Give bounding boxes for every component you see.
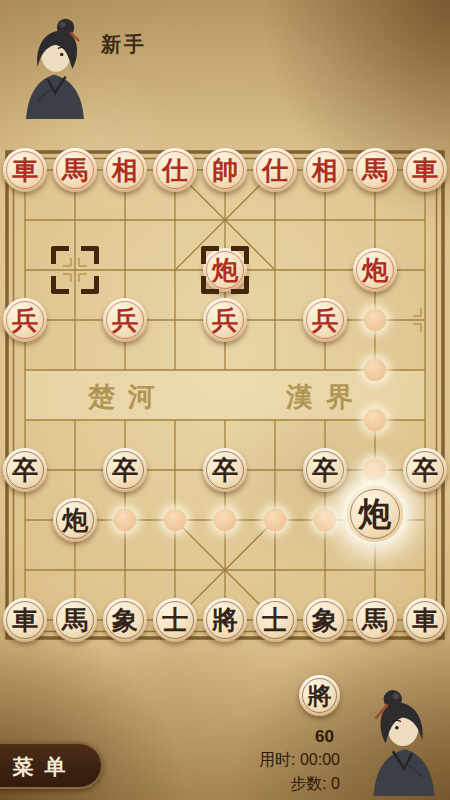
piece-char: 車: [412, 603, 438, 638]
piece-black-象[interactable]: 象: [103, 598, 147, 642]
move-hint-dot[interactable]: [364, 309, 386, 331]
piece-black-馬[interactable]: 馬: [53, 598, 97, 642]
piece-char: 仕: [262, 153, 288, 188]
piece-char: 仕: [162, 153, 188, 188]
piece-red-相[interactable]: 相: [103, 148, 147, 192]
piece-red-炮[interactable]: 炮: [203, 248, 247, 292]
piece-char: 車: [12, 153, 38, 188]
piece-black-卒[interactable]: 卒: [103, 448, 147, 492]
time-used-value: 00:00: [300, 751, 340, 768]
river-label-left: 楚河: [88, 379, 168, 415]
piece-char: 卒: [312, 453, 338, 488]
piece-red-仕[interactable]: 仕: [253, 148, 297, 192]
xiangqi-board-grid[interactable]: [0, 0, 450, 800]
piece-black-士[interactable]: 士: [253, 598, 297, 642]
piece-char: 車: [412, 153, 438, 188]
piece-red-仕[interactable]: 仕: [153, 148, 197, 192]
piece-black-卒[interactable]: 卒: [303, 448, 347, 492]
piece-char: 相: [312, 153, 338, 188]
piece-red-兵[interactable]: 兵: [303, 298, 347, 342]
woman-ink-portrait-icon: [358, 684, 450, 796]
piece-black-象[interactable]: 象: [303, 598, 347, 642]
piece-black-炮[interactable]: 炮: [53, 498, 97, 542]
piece-char: 炮: [359, 492, 392, 537]
piece-char: 兵: [112, 303, 138, 338]
piece-char: 將: [212, 603, 238, 638]
piece-char: 卒: [112, 453, 138, 488]
piece-black-將[interactable]: 將: [203, 598, 247, 642]
time-used-label: 用时:: [259, 751, 295, 768]
move-hint-dot[interactable]: [214, 509, 236, 531]
steps-label: 步数:: [290, 775, 326, 792]
side-indicator-char: 將: [308, 680, 332, 712]
piece-char: 馬: [362, 153, 388, 188]
piece-black-卒[interactable]: 卒: [403, 448, 447, 492]
piece-red-帥[interactable]: 帥: [203, 148, 247, 192]
piece-char: 相: [112, 153, 138, 188]
steps-line: 步数: 0: [259, 774, 340, 795]
piece-char: 車: [12, 603, 38, 638]
piece-red-馬[interactable]: 馬: [53, 148, 97, 192]
piece-char: 象: [312, 603, 338, 638]
piece-char: 炮: [62, 503, 88, 538]
bottom-player-avatar: [358, 684, 450, 796]
piece-char: 兵: [212, 303, 238, 338]
move-hint-dot[interactable]: [114, 509, 136, 531]
piece-black-炮-selected[interactable]: 炮: [347, 486, 403, 542]
piece-black-車[interactable]: 車: [3, 598, 47, 642]
river-label-right: 漢界: [286, 379, 366, 415]
piece-char: 卒: [12, 453, 38, 488]
piece-red-兵[interactable]: 兵: [203, 298, 247, 342]
move-hint-dot[interactable]: [364, 359, 386, 381]
piece-char: 炮: [362, 253, 388, 288]
countdown-value: 60: [259, 727, 334, 747]
piece-red-車[interactable]: 車: [3, 148, 47, 192]
piece-char: 士: [262, 603, 288, 638]
piece-char: 兵: [12, 303, 38, 338]
piece-char: 炮: [212, 253, 238, 288]
piece-char: 卒: [412, 453, 438, 488]
move-hint-dot[interactable]: [164, 509, 186, 531]
piece-black-卒[interactable]: 卒: [203, 448, 247, 492]
move-hint-dot[interactable]: [364, 409, 386, 431]
board-lines: [0, 0, 450, 800]
game-stats: 60 用时: 00:00 步数: 0: [259, 727, 340, 795]
piece-char: 卒: [212, 453, 238, 488]
move-hint-dot[interactable]: [364, 459, 386, 481]
menu-button[interactable]: 菜单: [0, 742, 103, 789]
piece-char: 象: [112, 603, 138, 638]
piece-red-馬[interactable]: 馬: [353, 148, 397, 192]
piece-char: 兵: [312, 303, 338, 338]
piece-red-兵[interactable]: 兵: [103, 298, 147, 342]
steps-value: 0: [331, 775, 340, 792]
piece-char: 馬: [62, 603, 88, 638]
piece-black-馬[interactable]: 馬: [353, 598, 397, 642]
piece-char: 帥: [212, 153, 238, 188]
piece-red-車[interactable]: 車: [403, 148, 447, 192]
move-hint-dot[interactable]: [314, 509, 336, 531]
piece-red-相[interactable]: 相: [303, 148, 347, 192]
piece-red-炮[interactable]: 炮: [353, 248, 397, 292]
piece-black-車[interactable]: 車: [403, 598, 447, 642]
side-indicator-piece: 將: [299, 675, 340, 716]
piece-char: 馬: [62, 153, 88, 188]
piece-char: 士: [162, 603, 188, 638]
piece-char: 馬: [362, 603, 388, 638]
piece-black-卒[interactable]: 卒: [3, 448, 47, 492]
xiangqi-app-screen: 新手 楚河 漢界 車馬相仕帥仕相馬車炮炮兵兵兵兵卒卒卒卒卒炮炮車馬象士將士象馬車…: [0, 0, 450, 800]
time-used-line: 用时: 00:00: [259, 750, 340, 771]
move-hint-dot[interactable]: [264, 509, 286, 531]
piece-red-兵[interactable]: 兵: [3, 298, 47, 342]
piece-black-士[interactable]: 士: [153, 598, 197, 642]
